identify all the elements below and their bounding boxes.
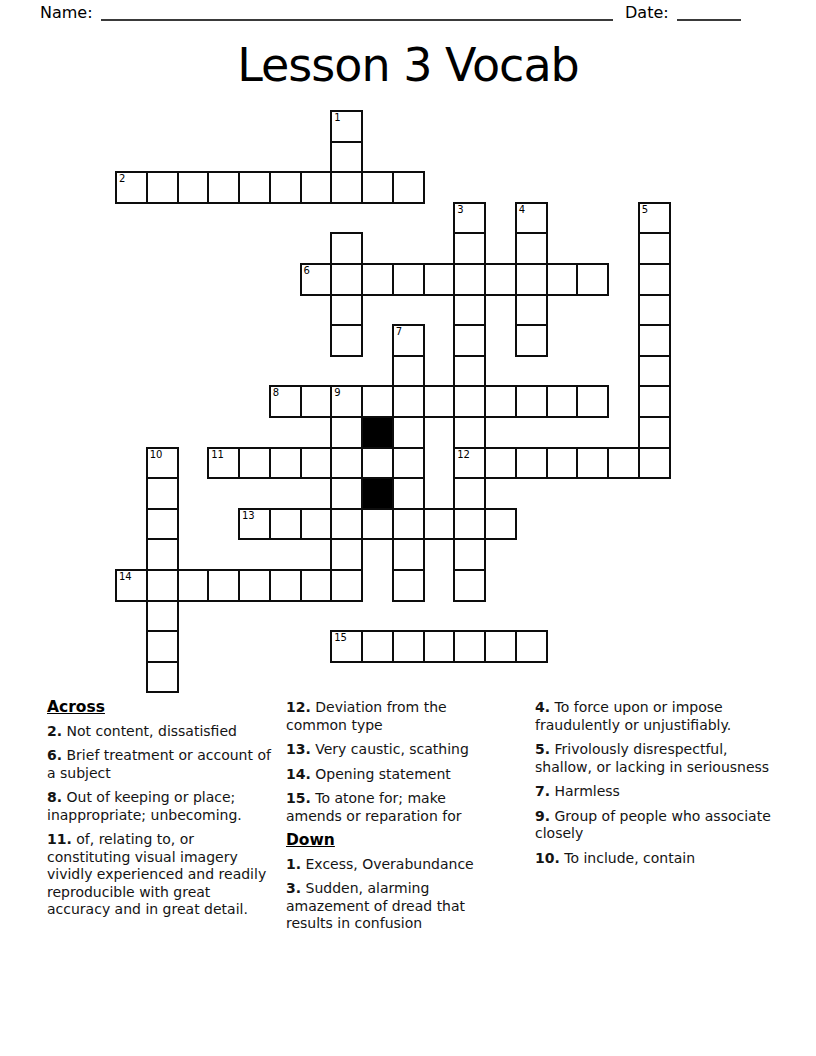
grid-cell[interactable]: 15: [330, 630, 363, 663]
grid-cell[interactable]: [207, 171, 240, 204]
clue-item: 3. Sudden, alarming amazement of dread t…: [286, 880, 506, 933]
grid-cell[interactable]: [453, 385, 486, 418]
grid-cell[interactable]: [638, 385, 671, 418]
clue-item: 12. Deviation from the common type: [286, 699, 506, 734]
grid-cell[interactable]: 6: [300, 263, 333, 296]
grid-cell[interactable]: [576, 385, 609, 418]
grid-cell[interactable]: [638, 416, 671, 449]
grid-cell[interactable]: [423, 630, 456, 663]
grid-cell[interactable]: [423, 508, 456, 541]
clue-item: 15. To atone for; make amends or reparat…: [286, 790, 506, 825]
clue-number: 1.: [286, 856, 301, 872]
grid-cell[interactable]: [361, 508, 394, 541]
clue-section-heading: Down: [286, 832, 506, 850]
clue-number: 13.: [286, 741, 311, 757]
worksheet-page: Name: Date: Lesson 3 Vocab 1234567891011…: [0, 0, 816, 1056]
grid-cell[interactable]: [453, 294, 486, 327]
grid-cell[interactable]: [269, 569, 302, 602]
clue-number-label: 1: [334, 112, 340, 123]
grid-cell[interactable]: 1: [330, 110, 363, 143]
grid-cell[interactable]: [330, 416, 363, 449]
clue-number-label: 5: [642, 204, 648, 215]
grid-cell[interactable]: [361, 385, 394, 418]
clue-number-label: 7: [396, 326, 402, 337]
grid-cell[interactable]: [453, 324, 486, 357]
grid-cell[interactable]: [546, 385, 579, 418]
clue-number-label: 10: [150, 449, 163, 460]
grid-cell[interactable]: [576, 263, 609, 296]
grid-cell[interactable]: 4: [515, 202, 548, 235]
grid-cell[interactable]: [453, 416, 486, 449]
clue-item: 9. Group of people who associate closely: [535, 808, 773, 843]
grid-cell[interactable]: [330, 477, 363, 510]
clue-number: 9.: [535, 808, 550, 824]
clue-number: 11.: [47, 831, 72, 847]
clue-number: 5.: [535, 741, 550, 757]
grid-cell[interactable]: 7: [392, 324, 425, 357]
clue-number: 7.: [535, 783, 550, 799]
grid-cell[interactable]: [269, 508, 302, 541]
clue-item: 4. To force upon or impose fraudulently …: [535, 699, 773, 734]
clue-item: 10. To include, contain: [535, 850, 773, 868]
grid-cell[interactable]: [269, 171, 302, 204]
grid-cell[interactable]: [515, 385, 548, 418]
clue-item: 2. Not content, dissatisfied: [47, 723, 271, 741]
clue-number-label: 2: [119, 173, 125, 184]
grid-cell[interactable]: [238, 569, 271, 602]
clue-number-label: 8: [273, 387, 279, 398]
page-title: Lesson 3 Vocab: [0, 38, 816, 92]
grid-cell[interactable]: 10: [146, 447, 179, 480]
grid-cell[interactable]: [330, 232, 363, 265]
grid-cell[interactable]: [146, 477, 179, 510]
clue-number: 8.: [47, 789, 62, 805]
grid-cell[interactable]: 2: [115, 171, 148, 204]
grid-cell[interactable]: 5: [638, 202, 671, 235]
clue-column-down: 4. To force upon or impose fraudulently …: [535, 699, 773, 874]
grid-cell[interactable]: [207, 569, 240, 602]
grid-cell[interactable]: [638, 263, 671, 296]
grid-cell[interactable]: [453, 355, 486, 388]
clue-number-label: 4: [519, 204, 525, 215]
grid-cell[interactable]: [392, 447, 425, 480]
grid-cell[interactable]: 3: [453, 202, 486, 235]
grid-cell[interactable]: [576, 447, 609, 480]
grid-cell[interactable]: [423, 263, 456, 296]
clue-item: 1. Excess, Overabundance: [286, 856, 506, 874]
crossword-grid: 123456789101112131415: [115, 110, 671, 694]
grid-cell[interactable]: [269, 447, 302, 480]
clue-number: 10.: [535, 850, 560, 866]
grid-cell[interactable]: [330, 447, 363, 480]
grid-cell[interactable]: [330, 569, 363, 602]
clue-number: 6.: [47, 747, 62, 763]
grid-cell[interactable]: [330, 141, 363, 174]
grid-cell[interactable]: [392, 508, 425, 541]
grid-cell[interactable]: [238, 447, 271, 480]
grid-cell[interactable]: [453, 569, 486, 602]
grid-cell[interactable]: [146, 661, 179, 694]
grid-cell[interactable]: [330, 538, 363, 571]
grid-cell[interactable]: 12: [453, 447, 486, 480]
grid-cell[interactable]: [392, 171, 425, 204]
grid-cell[interactable]: [484, 630, 517, 663]
clue-number-label: 6: [304, 265, 310, 276]
grid-cell[interactable]: [361, 171, 394, 204]
clue-number-label: 11: [211, 449, 224, 460]
grid-cell[interactable]: [361, 263, 394, 296]
grid-cell[interactable]: [484, 263, 517, 296]
clue-item: 6. Brief treatment or account of a subje…: [47, 747, 271, 782]
grid-cell[interactable]: [300, 385, 333, 418]
clue-number-label: 3: [457, 204, 463, 215]
grid-cell[interactable]: [330, 324, 363, 357]
clue-number-label: 14: [119, 571, 132, 582]
clue-item: 7. Harmless: [535, 783, 773, 801]
grid-cell[interactable]: [300, 447, 333, 480]
clue-number: 2.: [47, 723, 62, 739]
grid-cell[interactable]: [392, 538, 425, 571]
date-label: Date:: [625, 3, 669, 22]
clue-column-across: Across2. Not content, dissatisfied6. Bri…: [47, 699, 271, 926]
grid-cell[interactable]: [515, 232, 548, 265]
grid-cell[interactable]: [330, 263, 363, 296]
grid-cell[interactable]: [392, 355, 425, 388]
grid-cell[interactable]: [361, 447, 394, 480]
grid-cell[interactable]: [177, 569, 210, 602]
clue-number: 4.: [535, 699, 550, 715]
grid-cell[interactable]: [453, 232, 486, 265]
clue-number: 3.: [286, 880, 301, 896]
grid-cell[interactable]: [238, 171, 271, 204]
grid-cell[interactable]: [515, 447, 548, 480]
grid-cell[interactable]: 13: [238, 508, 271, 541]
grid-cell[interactable]: [453, 630, 486, 663]
clue-number: 15.: [286, 790, 311, 806]
clue-number-label: 13: [242, 510, 255, 521]
grid-black-cell: [361, 477, 394, 510]
clue-section-heading: Across: [47, 699, 271, 717]
grid-cell[interactable]: [392, 263, 425, 296]
grid-cell[interactable]: [146, 569, 179, 602]
grid-cell[interactable]: 14: [115, 569, 148, 602]
clue-item: 8. Out of keeping or place; inappropriat…: [47, 789, 271, 824]
grid-cell[interactable]: [607, 447, 640, 480]
grid-cell[interactable]: [453, 508, 486, 541]
grid-cell[interactable]: [638, 294, 671, 327]
grid-cell[interactable]: [330, 171, 363, 204]
grid-cell[interactable]: [392, 569, 425, 602]
grid-cell[interactable]: [423, 385, 456, 418]
grid-cell[interactable]: 8: [269, 385, 302, 418]
grid-cell[interactable]: [638, 324, 671, 357]
grid-cell[interactable]: [546, 447, 579, 480]
grid-cell[interactable]: [515, 263, 548, 296]
grid-cell[interactable]: [146, 171, 179, 204]
grid-cell[interactable]: [330, 508, 363, 541]
name-label: Name:: [40, 3, 93, 22]
grid-cell[interactable]: [177, 171, 210, 204]
grid-cell[interactable]: [484, 447, 517, 480]
clue-item: 11. of, relating to, or constituting vis…: [47, 831, 271, 919]
grid-cell[interactable]: [392, 630, 425, 663]
grid-black-cell: [361, 416, 394, 449]
grid-cell[interactable]: [146, 600, 179, 633]
grid-cell[interactable]: [638, 232, 671, 265]
grid-cell[interactable]: [392, 416, 425, 449]
grid-cell[interactable]: [392, 477, 425, 510]
clue-item: 13. Very caustic, scathing: [286, 741, 506, 759]
grid-cell[interactable]: [453, 538, 486, 571]
grid-cell[interactable]: [146, 630, 179, 663]
grid-cell[interactable]: [515, 324, 548, 357]
grid-cell[interactable]: [638, 447, 671, 480]
grid-cell[interactable]: [515, 294, 548, 327]
grid-cell[interactable]: [638, 355, 671, 388]
grid-cell[interactable]: [453, 263, 486, 296]
grid-cell[interactable]: [361, 630, 394, 663]
grid-cell[interactable]: [330, 294, 363, 327]
clue-item: 14. Opening statement: [286, 766, 506, 784]
grid-cell[interactable]: [484, 385, 517, 418]
grid-cell[interactable]: 9: [330, 385, 363, 418]
clue-number-label: 15: [334, 632, 347, 643]
clue-column-middle: 12. Deviation from the common type13. Ve…: [286, 699, 506, 940]
grid-cell[interactable]: [146, 538, 179, 571]
clue-number-label: 9: [334, 387, 340, 398]
grid-cell[interactable]: [300, 569, 333, 602]
date-field-line[interactable]: [677, 3, 741, 21]
grid-cell[interactable]: 11: [207, 447, 240, 480]
grid-cell[interactable]: [484, 508, 517, 541]
clue-number: 14.: [286, 766, 311, 782]
grid-cell[interactable]: [392, 385, 425, 418]
grid-cell[interactable]: [546, 263, 579, 296]
grid-cell[interactable]: [453, 477, 486, 510]
grid-cell[interactable]: [515, 630, 548, 663]
grid-cell[interactable]: [300, 171, 333, 204]
clue-item: 5. Frivolously disrespectful, shallow, o…: [535, 741, 773, 776]
grid-cell[interactable]: [300, 508, 333, 541]
clue-number-label: 12: [457, 449, 470, 460]
clue-number: 12.: [286, 699, 311, 715]
grid-cell[interactable]: [146, 508, 179, 541]
name-field-line[interactable]: [101, 3, 613, 21]
